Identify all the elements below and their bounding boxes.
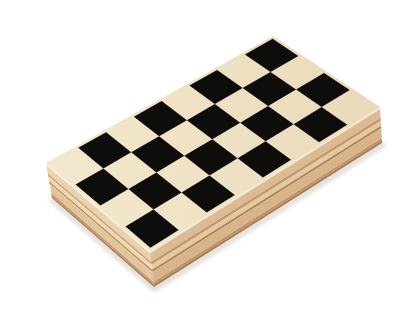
folded-chessboard-photo [0, 0, 416, 314]
product-photo-stage [0, 0, 416, 314]
